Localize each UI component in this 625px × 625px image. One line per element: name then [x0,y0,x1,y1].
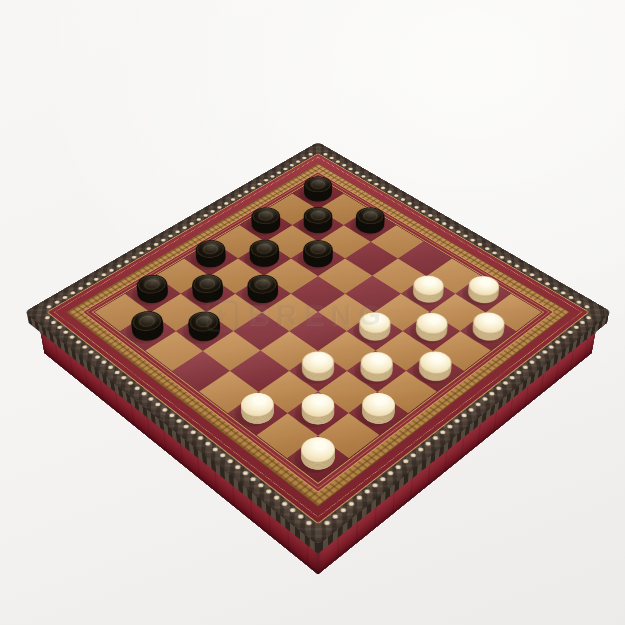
black-checker[interactable] [187,280,229,308]
white-checker[interactable] [355,397,401,430]
black-checker[interactable] [242,280,284,308]
board-lid [24,142,612,545]
white-checker[interactable] [295,397,341,430]
black-checker[interactable] [126,317,169,346]
black-checker[interactable] [132,280,174,308]
board-3d-stage [24,142,612,545]
white-checker[interactable] [235,397,281,430]
photo-background: BRENG [0,0,625,625]
